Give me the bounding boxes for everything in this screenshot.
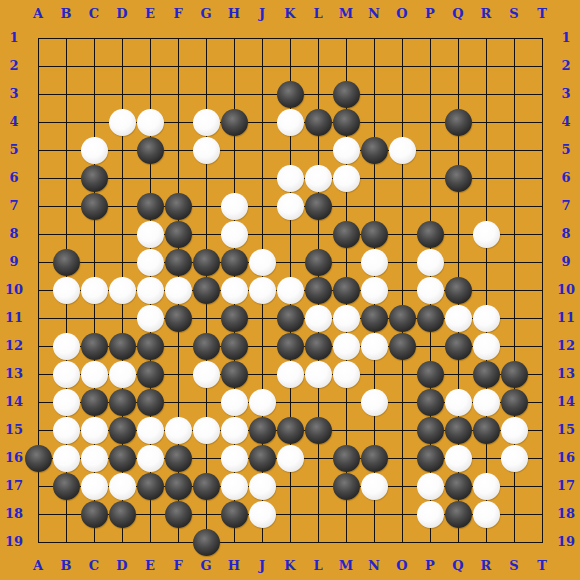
point-F17[interactable] <box>164 472 192 500</box>
point-S2[interactable] <box>500 52 528 80</box>
point-A15[interactable] <box>24 416 52 444</box>
point-R6[interactable] <box>472 164 500 192</box>
point-G16[interactable] <box>192 444 220 472</box>
point-E16[interactable] <box>136 444 164 472</box>
point-S18[interactable] <box>500 500 528 528</box>
point-C14[interactable] <box>80 388 108 416</box>
point-G15[interactable] <box>192 416 220 444</box>
point-R9[interactable] <box>472 248 500 276</box>
point-R10[interactable] <box>472 276 500 304</box>
point-O9[interactable] <box>388 248 416 276</box>
point-P2[interactable] <box>416 52 444 80</box>
point-J9[interactable] <box>248 248 276 276</box>
point-F11[interactable] <box>164 304 192 332</box>
point-B13[interactable] <box>52 360 80 388</box>
point-O2[interactable] <box>388 52 416 80</box>
point-L13[interactable] <box>304 360 332 388</box>
point-P15[interactable] <box>416 416 444 444</box>
point-A18[interactable] <box>24 500 52 528</box>
point-M10[interactable] <box>332 276 360 304</box>
point-R18[interactable] <box>472 500 500 528</box>
point-H13[interactable] <box>220 360 248 388</box>
point-A13[interactable] <box>24 360 52 388</box>
point-J18[interactable] <box>248 500 276 528</box>
point-H7[interactable] <box>220 192 248 220</box>
point-M6[interactable] <box>332 164 360 192</box>
point-C5[interactable] <box>80 136 108 164</box>
point-D15[interactable] <box>108 416 136 444</box>
point-N16[interactable] <box>360 444 388 472</box>
point-K10[interactable] <box>276 276 304 304</box>
point-R15[interactable] <box>472 416 500 444</box>
point-F18[interactable] <box>164 500 192 528</box>
point-Q2[interactable] <box>444 52 472 80</box>
point-H16[interactable] <box>220 444 248 472</box>
point-H10[interactable] <box>220 276 248 304</box>
point-B12[interactable] <box>52 332 80 360</box>
point-M5[interactable] <box>332 136 360 164</box>
point-R14[interactable] <box>472 388 500 416</box>
point-M4[interactable] <box>332 108 360 136</box>
point-L12[interactable] <box>304 332 332 360</box>
point-D9[interactable] <box>108 248 136 276</box>
point-F13[interactable] <box>164 360 192 388</box>
point-J11[interactable] <box>248 304 276 332</box>
point-G2[interactable] <box>192 52 220 80</box>
point-C18[interactable] <box>80 500 108 528</box>
point-P14[interactable] <box>416 388 444 416</box>
point-F8[interactable] <box>164 220 192 248</box>
point-D17[interactable] <box>108 472 136 500</box>
point-A8[interactable] <box>24 220 52 248</box>
point-P3[interactable] <box>416 80 444 108</box>
point-S11[interactable] <box>500 304 528 332</box>
point-M14[interactable] <box>332 388 360 416</box>
point-B17[interactable] <box>52 472 80 500</box>
point-O7[interactable] <box>388 192 416 220</box>
point-F1[interactable] <box>164 24 192 52</box>
point-A12[interactable] <box>24 332 52 360</box>
point-G18[interactable] <box>192 500 220 528</box>
point-K14[interactable] <box>276 388 304 416</box>
point-C6[interactable] <box>80 164 108 192</box>
point-S5[interactable] <box>500 136 528 164</box>
point-F6[interactable] <box>164 164 192 192</box>
point-C11[interactable] <box>80 304 108 332</box>
point-A14[interactable] <box>24 388 52 416</box>
point-R2[interactable] <box>472 52 500 80</box>
point-M13[interactable] <box>332 360 360 388</box>
point-L15[interactable] <box>304 416 332 444</box>
point-E7[interactable] <box>136 192 164 220</box>
point-N13[interactable] <box>360 360 388 388</box>
point-O18[interactable] <box>388 500 416 528</box>
point-N17[interactable] <box>360 472 388 500</box>
point-M3[interactable] <box>332 80 360 108</box>
point-S10[interactable] <box>500 276 528 304</box>
point-L11[interactable] <box>304 304 332 332</box>
point-M1[interactable] <box>332 24 360 52</box>
point-L2[interactable] <box>304 52 332 80</box>
point-B14[interactable] <box>52 388 80 416</box>
point-Q15[interactable] <box>444 416 472 444</box>
point-N14[interactable] <box>360 388 388 416</box>
point-R17[interactable] <box>472 472 500 500</box>
point-P1[interactable] <box>416 24 444 52</box>
point-S4[interactable] <box>500 108 528 136</box>
point-R16[interactable] <box>472 444 500 472</box>
point-L8[interactable] <box>304 220 332 248</box>
point-N9[interactable] <box>360 248 388 276</box>
point-L5[interactable] <box>304 136 332 164</box>
point-J3[interactable] <box>248 80 276 108</box>
point-F16[interactable] <box>164 444 192 472</box>
point-N12[interactable] <box>360 332 388 360</box>
point-G17[interactable] <box>192 472 220 500</box>
point-G7[interactable] <box>192 192 220 220</box>
point-F12[interactable] <box>164 332 192 360</box>
point-P13[interactable] <box>416 360 444 388</box>
point-M9[interactable] <box>332 248 360 276</box>
point-O15[interactable] <box>388 416 416 444</box>
point-R1[interactable] <box>472 24 500 52</box>
point-K9[interactable] <box>276 248 304 276</box>
point-E12[interactable] <box>136 332 164 360</box>
point-J5[interactable] <box>248 136 276 164</box>
point-F7[interactable] <box>164 192 192 220</box>
point-E13[interactable] <box>136 360 164 388</box>
point-C16[interactable] <box>80 444 108 472</box>
point-G11[interactable] <box>192 304 220 332</box>
point-J7[interactable] <box>248 192 276 220</box>
point-C15[interactable] <box>80 416 108 444</box>
point-M8[interactable] <box>332 220 360 248</box>
point-Q18[interactable] <box>444 500 472 528</box>
point-R3[interactable] <box>472 80 500 108</box>
point-C17[interactable] <box>80 472 108 500</box>
point-J2[interactable] <box>248 52 276 80</box>
point-M2[interactable] <box>332 52 360 80</box>
point-E14[interactable] <box>136 388 164 416</box>
point-O8[interactable] <box>388 220 416 248</box>
point-M16[interactable] <box>332 444 360 472</box>
point-S7[interactable] <box>500 192 528 220</box>
point-H4[interactable] <box>220 108 248 136</box>
point-D11[interactable] <box>108 304 136 332</box>
point-K12[interactable] <box>276 332 304 360</box>
point-P12[interactable] <box>416 332 444 360</box>
point-E3[interactable] <box>136 80 164 108</box>
point-D13[interactable] <box>108 360 136 388</box>
point-B3[interactable] <box>52 80 80 108</box>
point-D16[interactable] <box>108 444 136 472</box>
point-C10[interactable] <box>80 276 108 304</box>
point-G8[interactable] <box>192 220 220 248</box>
point-S17[interactable] <box>500 472 528 500</box>
point-F14[interactable] <box>164 388 192 416</box>
point-N6[interactable] <box>360 164 388 192</box>
point-J6[interactable] <box>248 164 276 192</box>
point-R7[interactable] <box>472 192 500 220</box>
point-H11[interactable] <box>220 304 248 332</box>
point-B5[interactable] <box>52 136 80 164</box>
point-P18[interactable] <box>416 500 444 528</box>
point-F4[interactable] <box>164 108 192 136</box>
point-J16[interactable] <box>248 444 276 472</box>
point-E17[interactable] <box>136 472 164 500</box>
point-Q12[interactable] <box>444 332 472 360</box>
point-A7[interactable] <box>24 192 52 220</box>
point-L1[interactable] <box>304 24 332 52</box>
point-K8[interactable] <box>276 220 304 248</box>
point-A16[interactable] <box>24 444 52 472</box>
point-R4[interactable] <box>472 108 500 136</box>
point-S6[interactable] <box>500 164 528 192</box>
point-J8[interactable] <box>248 220 276 248</box>
point-K6[interactable] <box>276 164 304 192</box>
point-Q14[interactable] <box>444 388 472 416</box>
point-C3[interactable] <box>80 80 108 108</box>
point-O17[interactable] <box>388 472 416 500</box>
point-S1[interactable] <box>500 24 528 52</box>
point-Q9[interactable] <box>444 248 472 276</box>
point-H9[interactable] <box>220 248 248 276</box>
point-J1[interactable] <box>248 24 276 52</box>
point-G13[interactable] <box>192 360 220 388</box>
point-P8[interactable] <box>416 220 444 248</box>
point-S14[interactable] <box>500 388 528 416</box>
point-K5[interactable] <box>276 136 304 164</box>
point-K3[interactable] <box>276 80 304 108</box>
point-B2[interactable] <box>52 52 80 80</box>
point-G3[interactable] <box>192 80 220 108</box>
point-Q11[interactable] <box>444 304 472 332</box>
point-C2[interactable] <box>80 52 108 80</box>
point-N4[interactable] <box>360 108 388 136</box>
point-P17[interactable] <box>416 472 444 500</box>
go-board[interactable]: AABBCCDDEEFFGGHHJJKKLLMMNNOOPPQQRRSSTT11… <box>0 0 580 580</box>
point-E8[interactable] <box>136 220 164 248</box>
point-Q7[interactable] <box>444 192 472 220</box>
point-L10[interactable] <box>304 276 332 304</box>
point-C1[interactable] <box>80 24 108 52</box>
point-L18[interactable] <box>304 500 332 528</box>
point-Q10[interactable] <box>444 276 472 304</box>
point-K7[interactable] <box>276 192 304 220</box>
point-N15[interactable] <box>360 416 388 444</box>
point-N1[interactable] <box>360 24 388 52</box>
point-F15[interactable] <box>164 416 192 444</box>
point-C13[interactable] <box>80 360 108 388</box>
point-O10[interactable] <box>388 276 416 304</box>
point-C9[interactable] <box>80 248 108 276</box>
point-E4[interactable] <box>136 108 164 136</box>
point-G10[interactable] <box>192 276 220 304</box>
point-L3[interactable] <box>304 80 332 108</box>
point-H12[interactable] <box>220 332 248 360</box>
point-H2[interactable] <box>220 52 248 80</box>
point-S8[interactable] <box>500 220 528 248</box>
point-J4[interactable] <box>248 108 276 136</box>
point-C8[interactable] <box>80 220 108 248</box>
point-P5[interactable] <box>416 136 444 164</box>
point-E6[interactable] <box>136 164 164 192</box>
point-P10[interactable] <box>416 276 444 304</box>
point-B10[interactable] <box>52 276 80 304</box>
point-L17[interactable] <box>304 472 332 500</box>
point-D10[interactable] <box>108 276 136 304</box>
point-C7[interactable] <box>80 192 108 220</box>
point-R13[interactable] <box>472 360 500 388</box>
point-Q17[interactable] <box>444 472 472 500</box>
point-A5[interactable] <box>24 136 52 164</box>
point-O4[interactable] <box>388 108 416 136</box>
point-G9[interactable] <box>192 248 220 276</box>
point-O5[interactable] <box>388 136 416 164</box>
point-E2[interactable] <box>136 52 164 80</box>
point-L16[interactable] <box>304 444 332 472</box>
point-L4[interactable] <box>304 108 332 136</box>
point-D18[interactable] <box>108 500 136 528</box>
point-B8[interactable] <box>52 220 80 248</box>
point-B18[interactable] <box>52 500 80 528</box>
point-R11[interactable] <box>472 304 500 332</box>
point-G5[interactable] <box>192 136 220 164</box>
point-H1[interactable] <box>220 24 248 52</box>
point-P16[interactable] <box>416 444 444 472</box>
point-H3[interactable] <box>220 80 248 108</box>
point-O16[interactable] <box>388 444 416 472</box>
point-B7[interactable] <box>52 192 80 220</box>
point-A2[interactable] <box>24 52 52 80</box>
point-M12[interactable] <box>332 332 360 360</box>
board-intersections[interactable] <box>24 24 556 556</box>
point-H5[interactable] <box>220 136 248 164</box>
point-O6[interactable] <box>388 164 416 192</box>
point-B15[interactable] <box>52 416 80 444</box>
point-K15[interactable] <box>276 416 304 444</box>
point-Q1[interactable] <box>444 24 472 52</box>
point-G1[interactable] <box>192 24 220 52</box>
point-R5[interactable] <box>472 136 500 164</box>
point-H18[interactable] <box>220 500 248 528</box>
point-J10[interactable] <box>248 276 276 304</box>
point-P11[interactable] <box>416 304 444 332</box>
point-E15[interactable] <box>136 416 164 444</box>
point-H15[interactable] <box>220 416 248 444</box>
point-D3[interactable] <box>108 80 136 108</box>
point-A11[interactable] <box>24 304 52 332</box>
point-D1[interactable] <box>108 24 136 52</box>
point-D14[interactable] <box>108 388 136 416</box>
point-L6[interactable] <box>304 164 332 192</box>
point-B16[interactable] <box>52 444 80 472</box>
point-O13[interactable] <box>388 360 416 388</box>
point-F2[interactable] <box>164 52 192 80</box>
point-E18[interactable] <box>136 500 164 528</box>
point-P6[interactable] <box>416 164 444 192</box>
point-M7[interactable] <box>332 192 360 220</box>
point-D12[interactable] <box>108 332 136 360</box>
point-D7[interactable] <box>108 192 136 220</box>
point-D5[interactable] <box>108 136 136 164</box>
point-O12[interactable] <box>388 332 416 360</box>
point-R8[interactable] <box>472 220 500 248</box>
point-E5[interactable] <box>136 136 164 164</box>
point-S15[interactable] <box>500 416 528 444</box>
point-H17[interactable] <box>220 472 248 500</box>
point-K2[interactable] <box>276 52 304 80</box>
point-A9[interactable] <box>24 248 52 276</box>
point-S16[interactable] <box>500 444 528 472</box>
point-J12[interactable] <box>248 332 276 360</box>
point-F9[interactable] <box>164 248 192 276</box>
point-Q4[interactable] <box>444 108 472 136</box>
point-B6[interactable] <box>52 164 80 192</box>
point-E10[interactable] <box>136 276 164 304</box>
point-N2[interactable] <box>360 52 388 80</box>
point-F3[interactable] <box>164 80 192 108</box>
point-R12[interactable] <box>472 332 500 360</box>
point-K17[interactable] <box>276 472 304 500</box>
point-A3[interactable] <box>24 80 52 108</box>
point-N11[interactable] <box>360 304 388 332</box>
point-D2[interactable] <box>108 52 136 80</box>
point-A1[interactable] <box>24 24 52 52</box>
point-P9[interactable] <box>416 248 444 276</box>
point-L7[interactable] <box>304 192 332 220</box>
point-N18[interactable] <box>360 500 388 528</box>
point-K13[interactable] <box>276 360 304 388</box>
point-E1[interactable] <box>136 24 164 52</box>
point-O1[interactable] <box>388 24 416 52</box>
point-M11[interactable] <box>332 304 360 332</box>
point-F10[interactable] <box>164 276 192 304</box>
point-J17[interactable] <box>248 472 276 500</box>
point-H8[interactable] <box>220 220 248 248</box>
point-Q6[interactable] <box>444 164 472 192</box>
point-M15[interactable] <box>332 416 360 444</box>
point-M18[interactable] <box>332 500 360 528</box>
point-J15[interactable] <box>248 416 276 444</box>
point-C12[interactable] <box>80 332 108 360</box>
point-B9[interactable] <box>52 248 80 276</box>
point-K1[interactable] <box>276 24 304 52</box>
point-G12[interactable] <box>192 332 220 360</box>
point-K4[interactable] <box>276 108 304 136</box>
point-K11[interactable] <box>276 304 304 332</box>
point-H6[interactable] <box>220 164 248 192</box>
point-G14[interactable] <box>192 388 220 416</box>
point-O3[interactable] <box>388 80 416 108</box>
point-M17[interactable] <box>332 472 360 500</box>
point-B11[interactable] <box>52 304 80 332</box>
point-Q3[interactable] <box>444 80 472 108</box>
point-L14[interactable] <box>304 388 332 416</box>
point-O14[interactable] <box>388 388 416 416</box>
point-Q8[interactable] <box>444 220 472 248</box>
point-J13[interactable] <box>248 360 276 388</box>
point-N5[interactable] <box>360 136 388 164</box>
point-N7[interactable] <box>360 192 388 220</box>
point-S13[interactable] <box>500 360 528 388</box>
point-A6[interactable] <box>24 164 52 192</box>
point-F5[interactable] <box>164 136 192 164</box>
point-S3[interactable] <box>500 80 528 108</box>
point-H14[interactable] <box>220 388 248 416</box>
point-D6[interactable] <box>108 164 136 192</box>
point-L9[interactable] <box>304 248 332 276</box>
